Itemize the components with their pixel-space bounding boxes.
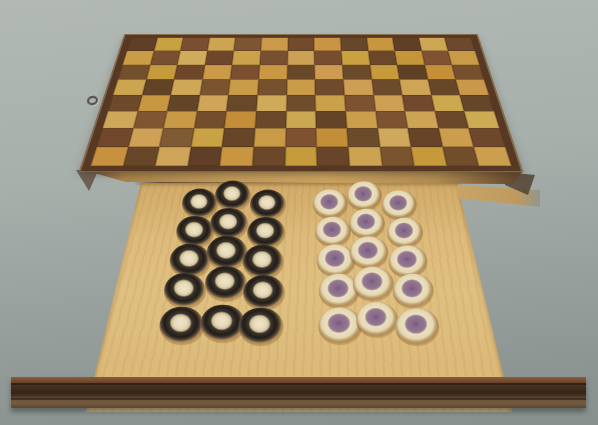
checker-piece-red[interactable] (356, 302, 398, 338)
checker-piece-black[interactable] (239, 308, 284, 347)
board-square-light[interactable] (316, 128, 348, 146)
board-square-light[interactable] (256, 95, 286, 111)
board-square-dark[interactable] (445, 38, 475, 51)
board-square-dark[interactable] (174, 65, 205, 80)
board-square-light[interactable] (431, 95, 464, 111)
board-square-light[interactable] (259, 65, 288, 80)
board-square-dark[interactable] (392, 38, 421, 51)
board-square-dark[interactable] (142, 79, 174, 94)
board-square-light[interactable] (285, 147, 317, 166)
board-square-dark[interactable] (428, 79, 460, 94)
board-square-light[interactable] (191, 128, 225, 146)
board-square-dark[interactable] (469, 128, 505, 146)
board-square-light[interactable] (220, 147, 254, 166)
board-square-dark[interactable] (160, 128, 195, 146)
board-square-light[interactable] (146, 65, 177, 80)
board-square-dark[interactable] (285, 128, 316, 146)
board-square-light[interactable] (395, 51, 425, 65)
drawer-front-rail[interactable] (11, 377, 586, 408)
board-square-dark[interactable] (108, 95, 142, 111)
board-square-dark[interactable] (342, 65, 371, 80)
board-square-dark[interactable] (442, 147, 479, 166)
board-square-dark[interactable] (180, 38, 209, 51)
board-square-dark[interactable] (435, 111, 469, 128)
board-square-dark[interactable] (347, 128, 380, 146)
checker-piece-black[interactable] (250, 190, 286, 221)
board-square-dark[interactable] (118, 65, 150, 80)
checker-piece-red[interactable] (313, 189, 348, 219)
board-square-light[interactable] (229, 79, 259, 94)
checkers-board[interactable] (81, 35, 521, 171)
checker-piece-black[interactable] (160, 307, 205, 346)
board-square-light[interactable] (366, 38, 394, 51)
board-square-dark[interactable] (123, 147, 160, 166)
board-square-light[interactable] (164, 111, 197, 128)
board-square-dark[interactable] (422, 51, 452, 65)
board-square-light[interactable] (128, 128, 163, 146)
board-square-light[interactable] (348, 147, 382, 166)
checker-piece-red[interactable] (347, 181, 382, 211)
board-square-dark[interactable] (194, 111, 227, 128)
board-square-light[interactable] (346, 111, 378, 128)
board-square-dark[interactable] (286, 95, 316, 111)
board-square-light[interactable] (225, 111, 257, 128)
board-square-dark[interactable] (200, 79, 231, 94)
checker-piece-red[interactable] (318, 307, 362, 344)
checker-piece-red[interactable] (349, 209, 385, 240)
board-square-light[interactable] (456, 79, 489, 94)
board-square-dark[interactable] (205, 51, 234, 65)
board-square-dark[interactable] (380, 147, 415, 166)
board-square-light[interactable] (102, 111, 137, 128)
board-square-light[interactable] (261, 38, 288, 51)
checker-piece-black[interactable] (164, 273, 206, 309)
board-square-light[interactable] (315, 95, 345, 111)
checker-piece-black[interactable] (215, 181, 251, 212)
board-square-dark[interactable] (317, 147, 350, 166)
board-square-dark[interactable] (252, 147, 285, 166)
board-square-light[interactable] (425, 65, 456, 80)
board-square-light[interactable] (373, 95, 405, 111)
board-square-dark[interactable] (167, 95, 199, 111)
checker-piece-red[interactable] (387, 218, 423, 249)
board-square-light[interactable] (287, 79, 316, 94)
board-square-light[interactable] (154, 38, 184, 51)
board-square-dark[interactable] (260, 51, 288, 65)
board-square-light[interactable] (254, 128, 286, 146)
board-square-light[interactable] (287, 51, 314, 65)
board-square-dark[interactable] (315, 79, 344, 94)
board-square-light[interactable] (448, 51, 479, 65)
board-square-light[interactable] (377, 128, 411, 146)
board-square-light[interactable] (464, 111, 499, 128)
board-square-light[interactable] (123, 51, 154, 65)
scene-background (0, 0, 598, 425)
board-square-light[interactable] (171, 79, 203, 94)
board-square-dark[interactable] (255, 111, 286, 128)
checker-piece-red[interactable] (395, 308, 439, 345)
board-square-light[interactable] (202, 65, 232, 80)
board-square-light[interactable] (405, 111, 438, 128)
board-square-light[interactable] (474, 147, 512, 166)
board-square-dark[interactable] (133, 111, 167, 128)
board-square-light[interactable] (286, 111, 317, 128)
board-square-dark[interactable] (188, 147, 223, 166)
board-square-light[interactable] (314, 38, 341, 51)
ring-pull-icon[interactable] (86, 95, 99, 106)
board-square-dark[interactable] (375, 111, 408, 128)
checker-piece-red[interactable] (353, 267, 394, 302)
board-square-dark[interactable] (288, 38, 315, 51)
board-square-dark[interactable] (408, 128, 443, 146)
board-square-light[interactable] (315, 65, 344, 80)
board-square-dark[interactable] (150, 51, 180, 65)
checker-piece-red[interactable] (315, 217, 351, 248)
board-square-dark[interactable] (371, 79, 402, 94)
board-square-dark[interactable] (222, 128, 255, 146)
board-square-dark[interactable] (397, 65, 428, 80)
board-square-light[interactable] (207, 38, 235, 51)
board-square-light[interactable] (341, 51, 369, 65)
board-square-light[interactable] (411, 147, 447, 166)
board-square-dark[interactable] (97, 128, 133, 146)
board-square-dark[interactable] (368, 51, 397, 65)
checker-piece-black[interactable] (243, 275, 285, 311)
board-square-light[interactable] (438, 128, 473, 146)
board-square-light[interactable] (400, 79, 432, 94)
checker-piece-red[interactable] (393, 274, 434, 309)
board-square-dark[interactable] (258, 79, 287, 94)
board-square-dark[interactable] (402, 95, 434, 111)
board-square-light[interactable] (419, 38, 449, 51)
checker-piece-black[interactable] (205, 266, 247, 302)
board-square-dark[interactable] (340, 38, 368, 51)
board-square-dark[interactable] (127, 38, 157, 51)
board-square-light[interactable] (197, 95, 229, 111)
board-square-dark[interactable] (316, 111, 347, 128)
board-square-light[interactable] (370, 65, 400, 80)
checker-piece-red[interactable] (350, 236, 389, 270)
board-square-dark[interactable] (460, 95, 494, 111)
game-board-wrap (81, 16, 521, 171)
board-square-light[interactable] (138, 95, 171, 111)
board-square-light[interactable] (232, 51, 260, 65)
board-square-dark[interactable] (231, 65, 260, 80)
board-square-light[interactable] (177, 51, 207, 65)
board-square-light[interactable] (113, 79, 146, 94)
board-square-dark[interactable] (234, 38, 262, 51)
board-square-dark[interactable] (287, 65, 315, 80)
board-square-dark[interactable] (227, 95, 258, 111)
checker-piece-red[interactable] (382, 190, 417, 220)
board-square-dark[interactable] (314, 51, 342, 65)
board-square-light[interactable] (155, 147, 191, 166)
board-square-dark[interactable] (344, 95, 375, 111)
board-square-light[interactable] (343, 79, 373, 94)
board-square-dark[interactable] (452, 65, 484, 80)
